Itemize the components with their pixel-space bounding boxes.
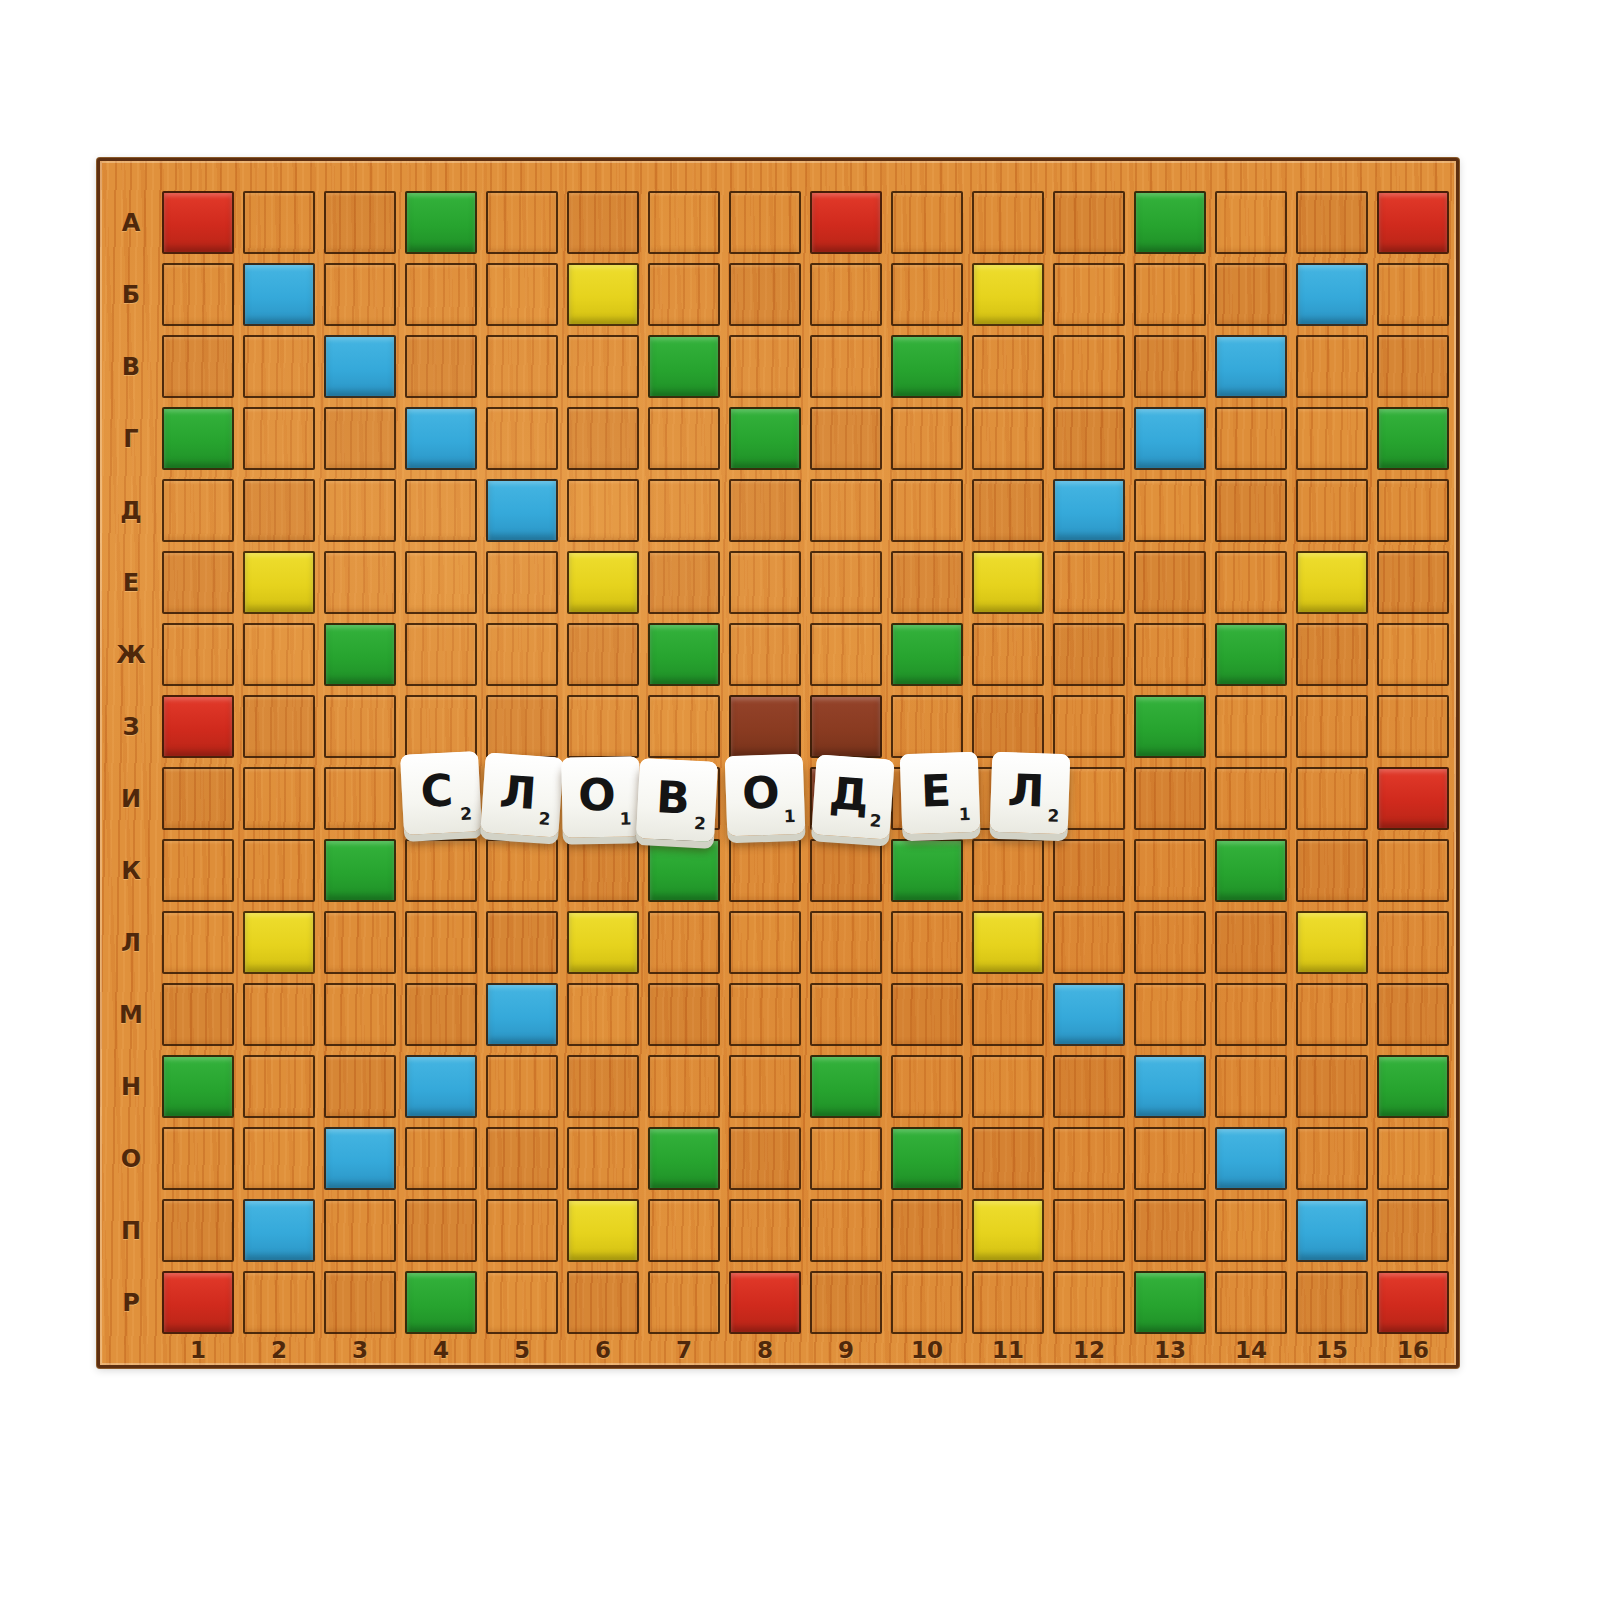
cell-М1[interactable] xyxy=(162,983,234,1046)
tile-point-value: 1 xyxy=(619,808,631,828)
cell-М3[interactable] xyxy=(324,983,396,1046)
row-label-Ж: Ж xyxy=(106,623,156,686)
cell-Н14[interactable] xyxy=(1215,1055,1287,1118)
cell-О4[interactable] xyxy=(405,1127,477,1190)
cell-Б16[interactable] xyxy=(1377,263,1449,326)
cell-П8[interactable] xyxy=(729,1199,801,1262)
cell-П3[interactable] xyxy=(324,1199,396,1262)
cell-М9[interactable] xyxy=(810,983,882,1046)
cell-Г1-green[interactable] xyxy=(162,407,234,470)
cell-П1[interactable] xyxy=(162,1199,234,1262)
cell-Н7[interactable] xyxy=(648,1055,720,1118)
cell-И13[interactable] xyxy=(1134,767,1206,830)
cell-Ж14-green[interactable] xyxy=(1215,623,1287,686)
cell-К2[interactable] xyxy=(243,839,315,902)
cell-Л14[interactable] xyxy=(1215,911,1287,974)
cell-Г15[interactable] xyxy=(1296,407,1368,470)
cell-Е16[interactable] xyxy=(1377,551,1449,614)
cell-Ж4[interactable] xyxy=(405,623,477,686)
cell-П15-blue[interactable] xyxy=(1296,1199,1368,1262)
tile-Л-И5[interactable]: Л2 xyxy=(480,752,563,837)
board-grid xyxy=(162,191,1449,1334)
cell-Н3[interactable] xyxy=(324,1055,396,1118)
cell-Д8[interactable] xyxy=(729,479,801,542)
cell-О13[interactable] xyxy=(1134,1127,1206,1190)
row-label-О: О xyxy=(106,1127,156,1190)
cell-Р9[interactable] xyxy=(810,1271,882,1334)
col-label-1: 1 xyxy=(162,1337,234,1363)
tile-letter: Е xyxy=(920,769,952,814)
tile-Е-И10[interactable]: Е1 xyxy=(900,752,981,835)
cell-З5[interactable] xyxy=(486,695,558,758)
tile-С-И4[interactable]: С2 xyxy=(400,751,482,835)
cell-О15[interactable] xyxy=(1296,1127,1368,1190)
cell-М11[interactable] xyxy=(972,983,1044,1046)
col-label-14: 14 xyxy=(1215,1337,1287,1363)
cell-П14[interactable] xyxy=(1215,1199,1287,1262)
cell-Е2-yellow[interactable] xyxy=(243,551,315,614)
cell-Р16-red[interactable] xyxy=(1377,1271,1449,1334)
cell-З14[interactable] xyxy=(1215,695,1287,758)
cell-Г16-green[interactable] xyxy=(1377,407,1449,470)
cell-Б5[interactable] xyxy=(486,263,558,326)
cell-П6-yellow[interactable] xyxy=(567,1199,639,1262)
cell-Ж3-green[interactable] xyxy=(324,623,396,686)
cell-Е5[interactable] xyxy=(486,551,558,614)
cell-К3-green[interactable] xyxy=(324,839,396,902)
cell-Л2-yellow[interactable] xyxy=(243,911,315,974)
tile-letter: Л xyxy=(498,770,538,816)
cell-Б13[interactable] xyxy=(1134,263,1206,326)
cell-О10-green[interactable] xyxy=(891,1127,963,1190)
cell-Р13-green[interactable] xyxy=(1134,1271,1206,1334)
cell-Л12[interactable] xyxy=(1053,911,1125,974)
cell-Г5[interactable] xyxy=(486,407,558,470)
cell-О11[interactable] xyxy=(972,1127,1044,1190)
cell-Б7[interactable] xyxy=(648,263,720,326)
cell-Д13[interactable] xyxy=(1134,479,1206,542)
cell-Г10[interactable] xyxy=(891,407,963,470)
row-label-А: А xyxy=(106,191,156,254)
cell-М5-blue[interactable] xyxy=(486,983,558,1046)
cell-О1[interactable] xyxy=(162,1127,234,1190)
cell-Д11[interactable] xyxy=(972,479,1044,542)
tile-point-value: 2 xyxy=(869,810,882,831)
cell-Ж11[interactable] xyxy=(972,623,1044,686)
cell-М14[interactable] xyxy=(1215,983,1287,1046)
cell-А14[interactable] xyxy=(1215,191,1287,254)
cell-Р15[interactable] xyxy=(1296,1271,1368,1334)
cell-Б8[interactable] xyxy=(729,263,801,326)
row-label-П: П xyxy=(106,1199,156,1262)
cell-П10[interactable] xyxy=(891,1199,963,1262)
cell-Р12[interactable] xyxy=(1053,1271,1125,1334)
cell-Е15-yellow[interactable] xyxy=(1296,551,1368,614)
cell-З9-brown[interactable] xyxy=(810,695,882,758)
cell-Л8[interactable] xyxy=(729,911,801,974)
cell-Ж2[interactable] xyxy=(243,623,315,686)
cell-В3-blue[interactable] xyxy=(324,335,396,398)
col-label-9: 9 xyxy=(810,1337,882,1363)
tile-О-И8[interactable]: О1 xyxy=(725,754,806,837)
cell-З12[interactable] xyxy=(1053,695,1125,758)
cell-П12[interactable] xyxy=(1053,1199,1125,1262)
cell-Ж8[interactable] xyxy=(729,623,801,686)
cell-Л10[interactable] xyxy=(891,911,963,974)
cell-Ж1[interactable] xyxy=(162,623,234,686)
cell-Ж6[interactable] xyxy=(567,623,639,686)
cell-М2[interactable] xyxy=(243,983,315,1046)
cell-З10[interactable] xyxy=(891,695,963,758)
cell-И1[interactable] xyxy=(162,767,234,830)
cell-Л11-yellow[interactable] xyxy=(972,911,1044,974)
cell-Р5[interactable] xyxy=(486,1271,558,1334)
cell-Д2[interactable] xyxy=(243,479,315,542)
cell-Е11-yellow[interactable] xyxy=(972,551,1044,614)
cell-А7[interactable] xyxy=(648,191,720,254)
cell-Б1[interactable] xyxy=(162,263,234,326)
col-label-10: 10 xyxy=(891,1337,963,1363)
cell-А15[interactable] xyxy=(1296,191,1368,254)
cell-Г13-blue[interactable] xyxy=(1134,407,1206,470)
cell-В2[interactable] xyxy=(243,335,315,398)
cell-Г3[interactable] xyxy=(324,407,396,470)
col-labels: 12345678910111213141516 xyxy=(162,1337,1449,1363)
cell-Л9[interactable] xyxy=(810,911,882,974)
cell-А8[interactable] xyxy=(729,191,801,254)
cell-Н2[interactable] xyxy=(243,1055,315,1118)
col-label-16: 16 xyxy=(1377,1337,1449,1363)
cell-Д6[interactable] xyxy=(567,479,639,542)
cell-Е7[interactable] xyxy=(648,551,720,614)
cell-Г7[interactable] xyxy=(648,407,720,470)
cell-О3-blue[interactable] xyxy=(324,1127,396,1190)
cell-Е1[interactable] xyxy=(162,551,234,614)
cell-Д16[interactable] xyxy=(1377,479,1449,542)
cell-В10-green[interactable] xyxy=(891,335,963,398)
row-label-И: И xyxy=(106,767,156,830)
cell-Р1-red[interactable] xyxy=(162,1271,234,1334)
cell-Ж16[interactable] xyxy=(1377,623,1449,686)
cell-Г8-green[interactable] xyxy=(729,407,801,470)
cell-К15[interactable] xyxy=(1296,839,1368,902)
cell-Р4-green[interactable] xyxy=(405,1271,477,1334)
cell-Л13[interactable] xyxy=(1134,911,1206,974)
cell-Л6-yellow[interactable] xyxy=(567,911,639,974)
cell-Г2[interactable] xyxy=(243,407,315,470)
row-label-М: М xyxy=(106,983,156,1046)
cell-З11[interactable] xyxy=(972,695,1044,758)
cell-О5[interactable] xyxy=(486,1127,558,1190)
cell-З3[interactable] xyxy=(324,695,396,758)
cell-В15[interactable] xyxy=(1296,335,1368,398)
cell-К5[interactable] xyxy=(486,839,558,902)
cell-Ж10-green[interactable] xyxy=(891,623,963,686)
cell-Р6[interactable] xyxy=(567,1271,639,1334)
cell-Б9[interactable] xyxy=(810,263,882,326)
tile-О-И6[interactable]: О1 xyxy=(561,756,640,837)
cell-П13[interactable] xyxy=(1134,1199,1206,1262)
cell-М8[interactable] xyxy=(729,983,801,1046)
cell-Р7[interactable] xyxy=(648,1271,720,1334)
cell-К1[interactable] xyxy=(162,839,234,902)
cell-Б4[interactable] xyxy=(405,263,477,326)
cell-В13[interactable] xyxy=(1134,335,1206,398)
tile-Л-И11[interactable]: Л2 xyxy=(990,752,1071,835)
cell-Ж13[interactable] xyxy=(1134,623,1206,686)
cell-Д3[interactable] xyxy=(324,479,396,542)
row-label-К: К xyxy=(106,839,156,902)
cell-Л16[interactable] xyxy=(1377,911,1449,974)
cell-Е9[interactable] xyxy=(810,551,882,614)
cell-Б15-blue[interactable] xyxy=(1296,263,1368,326)
cell-Д15[interactable] xyxy=(1296,479,1368,542)
cell-Н1-green[interactable] xyxy=(162,1055,234,1118)
cell-К10-green[interactable] xyxy=(891,839,963,902)
board: АБВГДЕЖЗИКЛМНОПР 12345678910111213141516… xyxy=(97,158,1459,1368)
cell-В5[interactable] xyxy=(486,335,558,398)
cell-Е10[interactable] xyxy=(891,551,963,614)
cell-Ж12[interactable] xyxy=(1053,623,1125,686)
col-label-7: 7 xyxy=(648,1337,720,1363)
cell-Е6-yellow[interactable] xyxy=(567,551,639,614)
cell-Н9-green[interactable] xyxy=(810,1055,882,1118)
cell-Ж15[interactable] xyxy=(1296,623,1368,686)
cell-В4[interactable] xyxy=(405,335,477,398)
cell-З7[interactable] xyxy=(648,695,720,758)
cell-З6[interactable] xyxy=(567,695,639,758)
row-label-Л: Л xyxy=(106,911,156,974)
cell-К11[interactable] xyxy=(972,839,1044,902)
cell-А16-red[interactable] xyxy=(1377,191,1449,254)
col-label-13: 13 xyxy=(1134,1337,1206,1363)
cell-Д1[interactable] xyxy=(162,479,234,542)
cell-Л3[interactable] xyxy=(324,911,396,974)
tile-point-value: 2 xyxy=(1047,806,1060,826)
row-labels: АБВГДЕЖЗИКЛМНОПР xyxy=(106,191,156,1334)
cell-А6[interactable] xyxy=(567,191,639,254)
tile-В-И7[interactable]: В2 xyxy=(636,758,718,842)
cell-Д12-blue[interactable] xyxy=(1053,479,1125,542)
tile-Д-И9[interactable]: Д2 xyxy=(811,754,894,839)
cell-И16-red[interactable] xyxy=(1377,767,1449,830)
cell-Н6[interactable] xyxy=(567,1055,639,1118)
tile-letter: О xyxy=(578,773,616,818)
cell-Г11[interactable] xyxy=(972,407,1044,470)
col-label-11: 11 xyxy=(972,1337,1044,1363)
cell-А12[interactable] xyxy=(1053,191,1125,254)
cell-В1[interactable] xyxy=(162,335,234,398)
cell-Б14[interactable] xyxy=(1215,263,1287,326)
cell-Р2[interactable] xyxy=(243,1271,315,1334)
row-label-З: З xyxy=(106,695,156,758)
col-label-8: 8 xyxy=(729,1337,801,1363)
cell-М10[interactable] xyxy=(891,983,963,1046)
cell-К16[interactable] xyxy=(1377,839,1449,902)
cell-З13-green[interactable] xyxy=(1134,695,1206,758)
row-label-Д: Д xyxy=(106,479,156,542)
cell-Е14[interactable] xyxy=(1215,551,1287,614)
cell-З2[interactable] xyxy=(243,695,315,758)
cell-Р10[interactable] xyxy=(891,1271,963,1334)
cell-Б11-yellow[interactable] xyxy=(972,263,1044,326)
cell-Н12[interactable] xyxy=(1053,1055,1125,1118)
row-label-Р: Р xyxy=(106,1271,156,1334)
cell-Г12[interactable] xyxy=(1053,407,1125,470)
cell-А1-red[interactable] xyxy=(162,191,234,254)
cell-Н4-blue[interactable] xyxy=(405,1055,477,1118)
cell-К6[interactable] xyxy=(567,839,639,902)
col-label-6: 6 xyxy=(567,1337,639,1363)
tile-letter: О xyxy=(741,771,780,816)
cell-М13[interactable] xyxy=(1134,983,1206,1046)
cell-Б12[interactable] xyxy=(1053,263,1125,326)
cell-О7-green[interactable] xyxy=(648,1127,720,1190)
cell-К7-green[interactable] xyxy=(648,839,720,902)
cell-Е4[interactable] xyxy=(405,551,477,614)
cell-Н10[interactable] xyxy=(891,1055,963,1118)
cell-Б2-blue[interactable] xyxy=(243,263,315,326)
cell-Н15[interactable] xyxy=(1296,1055,1368,1118)
cell-А9-red[interactable] xyxy=(810,191,882,254)
cell-В14-blue[interactable] xyxy=(1215,335,1287,398)
cell-М12-blue[interactable] xyxy=(1053,983,1125,1046)
cell-Б10[interactable] xyxy=(891,263,963,326)
cell-П16[interactable] xyxy=(1377,1199,1449,1262)
cell-В6[interactable] xyxy=(567,335,639,398)
cell-В8[interactable] xyxy=(729,335,801,398)
cell-М7[interactable] xyxy=(648,983,720,1046)
cell-В9[interactable] xyxy=(810,335,882,398)
cell-А13-green[interactable] xyxy=(1134,191,1206,254)
cell-К14-green[interactable] xyxy=(1215,839,1287,902)
cell-И14[interactable] xyxy=(1215,767,1287,830)
cell-В16[interactable] xyxy=(1377,335,1449,398)
cell-М6[interactable] xyxy=(567,983,639,1046)
cell-З1-red[interactable] xyxy=(162,695,234,758)
cell-А4-green[interactable] xyxy=(405,191,477,254)
cell-З8-brown[interactable] xyxy=(729,695,801,758)
cell-Н16-green[interactable] xyxy=(1377,1055,1449,1118)
cell-К4[interactable] xyxy=(405,839,477,902)
cell-Л5[interactable] xyxy=(486,911,558,974)
cell-П5[interactable] xyxy=(486,1199,558,1262)
cell-О9[interactable] xyxy=(810,1127,882,1190)
cell-Е13[interactable] xyxy=(1134,551,1206,614)
cell-В7-green[interactable] xyxy=(648,335,720,398)
col-label-2: 2 xyxy=(243,1337,315,1363)
cell-А11[interactable] xyxy=(972,191,1044,254)
tile-letter: В xyxy=(655,775,691,821)
cell-П4[interactable] xyxy=(405,1199,477,1262)
cell-О16[interactable] xyxy=(1377,1127,1449,1190)
tile-point-value: 2 xyxy=(693,813,706,834)
cell-Р3[interactable] xyxy=(324,1271,396,1334)
tile-letter: С xyxy=(420,768,455,814)
cell-К9[interactable] xyxy=(810,839,882,902)
cell-Л4[interactable] xyxy=(405,911,477,974)
cell-В11[interactable] xyxy=(972,335,1044,398)
cell-А5[interactable] xyxy=(486,191,558,254)
cell-З4[interactable] xyxy=(405,695,477,758)
cell-О12[interactable] xyxy=(1053,1127,1125,1190)
cell-Г6[interactable] xyxy=(567,407,639,470)
row-label-В: В xyxy=(106,335,156,398)
cell-П11-yellow[interactable] xyxy=(972,1199,1044,1262)
cell-Ж7-green[interactable] xyxy=(648,623,720,686)
cell-Н8[interactable] xyxy=(729,1055,801,1118)
cell-П7[interactable] xyxy=(648,1199,720,1262)
tile-letter: Л xyxy=(1007,768,1045,813)
cell-М4[interactable] xyxy=(405,983,477,1046)
cell-О2[interactable] xyxy=(243,1127,315,1190)
cell-Б6-yellow[interactable] xyxy=(567,263,639,326)
cell-А2[interactable] xyxy=(243,191,315,254)
cell-М16[interactable] xyxy=(1377,983,1449,1046)
cell-К13[interactable] xyxy=(1134,839,1206,902)
tile-point-value: 2 xyxy=(460,803,473,824)
cell-Д10[interactable] xyxy=(891,479,963,542)
cell-М15[interactable] xyxy=(1296,983,1368,1046)
cell-Д4[interactable] xyxy=(405,479,477,542)
cell-И3[interactable] xyxy=(324,767,396,830)
tile-point-value: 1 xyxy=(784,806,797,826)
cell-П9[interactable] xyxy=(810,1199,882,1262)
cell-И2[interactable] xyxy=(243,767,315,830)
cell-Д5-blue[interactable] xyxy=(486,479,558,542)
cell-Р8-red[interactable] xyxy=(729,1271,801,1334)
cell-О8[interactable] xyxy=(729,1127,801,1190)
cell-Е12[interactable] xyxy=(1053,551,1125,614)
cell-О14-blue[interactable] xyxy=(1215,1127,1287,1190)
cell-З15[interactable] xyxy=(1296,695,1368,758)
cell-А3[interactable] xyxy=(324,191,396,254)
cell-Д7[interactable] xyxy=(648,479,720,542)
cell-В12[interactable] xyxy=(1053,335,1125,398)
cell-Л15-yellow[interactable] xyxy=(1296,911,1368,974)
cell-Е3[interactable] xyxy=(324,551,396,614)
cell-Р14[interactable] xyxy=(1215,1271,1287,1334)
cell-К12[interactable] xyxy=(1053,839,1125,902)
tile-point-value: 2 xyxy=(538,808,551,829)
col-label-5: 5 xyxy=(486,1337,558,1363)
cell-Н11[interactable] xyxy=(972,1055,1044,1118)
col-label-12: 12 xyxy=(1053,1337,1125,1363)
cell-К8[interactable] xyxy=(729,839,801,902)
cell-Р11[interactable] xyxy=(972,1271,1044,1334)
cell-Б3[interactable] xyxy=(324,263,396,326)
cell-Г14[interactable] xyxy=(1215,407,1287,470)
cell-Г4-blue[interactable] xyxy=(405,407,477,470)
cell-О6[interactable] xyxy=(567,1127,639,1190)
cell-Е8[interactable] xyxy=(729,551,801,614)
cell-П2-blue[interactable] xyxy=(243,1199,315,1262)
cell-Г9[interactable] xyxy=(810,407,882,470)
col-label-4: 4 xyxy=(405,1337,477,1363)
cell-Ж9[interactable] xyxy=(810,623,882,686)
cell-Ж5[interactable] xyxy=(486,623,558,686)
cell-Н5[interactable] xyxy=(486,1055,558,1118)
col-label-3: 3 xyxy=(324,1337,396,1363)
cell-З16[interactable] xyxy=(1377,695,1449,758)
cell-Д14[interactable] xyxy=(1215,479,1287,542)
cell-Н13-blue[interactable] xyxy=(1134,1055,1206,1118)
cell-Л1[interactable] xyxy=(162,911,234,974)
cell-Д9[interactable] xyxy=(810,479,882,542)
cell-И15[interactable] xyxy=(1296,767,1368,830)
cell-А10[interactable] xyxy=(891,191,963,254)
cell-Л7[interactable] xyxy=(648,911,720,974)
